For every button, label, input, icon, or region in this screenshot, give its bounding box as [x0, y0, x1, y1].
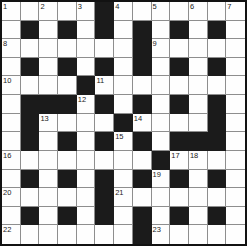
clue-number: 10	[3, 76, 11, 85]
white-cell[interactable]	[133, 188, 152, 207]
white-cell[interactable]: 17	[170, 151, 189, 170]
white-cell[interactable]	[170, 225, 189, 244]
white-cell[interactable]	[152, 132, 171, 151]
black-cell	[133, 95, 152, 114]
white-cell[interactable]	[2, 207, 21, 226]
white-cell[interactable]	[114, 58, 133, 77]
white-cell[interactable]	[114, 170, 133, 189]
black-cell	[133, 21, 152, 40]
black-cell	[58, 170, 77, 189]
white-cell[interactable]	[58, 225, 77, 244]
white-cell[interactable]: 11	[95, 76, 114, 95]
white-cell[interactable]	[39, 170, 58, 189]
white-cell[interactable]	[2, 132, 21, 151]
black-cell	[133, 170, 152, 189]
clue-number: 11	[96, 76, 104, 85]
white-cell[interactable]	[133, 151, 152, 170]
white-cell[interactable]	[58, 39, 77, 58]
black-cell	[21, 170, 40, 189]
black-cell	[58, 21, 77, 40]
black-cell	[208, 95, 227, 114]
white-cell[interactable]	[189, 39, 208, 58]
clue-number: 16	[3, 151, 11, 160]
white-cell[interactable]	[208, 76, 227, 95]
clue-number: 23	[153, 225, 161, 234]
white-cell[interactable]	[226, 207, 245, 226]
white-cell[interactable]	[189, 188, 208, 207]
black-cell	[189, 132, 208, 151]
white-cell[interactable]	[77, 132, 96, 151]
white-cell[interactable]	[208, 151, 227, 170]
white-cell[interactable]	[114, 21, 133, 40]
white-cell[interactable]: 3	[77, 2, 96, 21]
white-cell[interactable]	[77, 151, 96, 170]
white-cell[interactable]: 8	[2, 39, 21, 58]
white-cell[interactable]	[226, 95, 245, 114]
white-cell[interactable]	[39, 21, 58, 40]
white-cell[interactable]: 7	[226, 2, 245, 21]
black-cell	[21, 132, 40, 151]
white-cell[interactable]	[77, 114, 96, 133]
clue-number: 22	[3, 225, 11, 234]
white-cell[interactable]	[21, 2, 40, 21]
black-cell	[95, 58, 114, 77]
white-cell[interactable]	[114, 76, 133, 95]
crossword-puzzle: 1234567891011121314151617181920212223	[0, 0, 247, 246]
clue-number: 19	[153, 170, 161, 179]
white-cell[interactable]: 10	[2, 76, 21, 95]
clue-number: 12	[78, 95, 86, 104]
white-cell[interactable]: 9	[152, 39, 171, 58]
white-cell[interactable]	[39, 188, 58, 207]
black-cell	[21, 114, 40, 133]
white-cell[interactable]	[39, 76, 58, 95]
white-cell[interactable]: 13	[39, 114, 58, 133]
clue-number: 2	[40, 2, 44, 11]
black-cell	[170, 95, 189, 114]
white-cell[interactable]	[170, 114, 189, 133]
white-cell[interactable]	[152, 207, 171, 226]
white-cell[interactable]	[77, 225, 96, 244]
white-cell[interactable]: 4	[114, 2, 133, 21]
white-cell[interactable]	[58, 188, 77, 207]
white-cell[interactable]	[39, 225, 58, 244]
white-cell[interactable]	[114, 39, 133, 58]
white-cell[interactable]	[77, 170, 96, 189]
white-cell[interactable]	[21, 39, 40, 58]
black-cell	[208, 114, 227, 133]
white-cell[interactable]	[21, 151, 40, 170]
white-cell[interactable]: 18	[189, 151, 208, 170]
white-cell[interactable]	[226, 76, 245, 95]
white-cell[interactable]	[189, 207, 208, 226]
clue-number: 1	[3, 2, 7, 11]
white-cell[interactable]	[2, 95, 21, 114]
white-cell[interactable]	[226, 39, 245, 58]
black-cell	[208, 207, 227, 226]
black-cell	[208, 170, 227, 189]
white-cell[interactable]	[77, 39, 96, 58]
white-cell[interactable]	[95, 151, 114, 170]
white-cell[interactable]	[114, 95, 133, 114]
white-cell[interactable]	[226, 188, 245, 207]
white-cell[interactable]	[77, 58, 96, 77]
black-cell	[58, 132, 77, 151]
black-cell	[170, 170, 189, 189]
white-cell[interactable]	[170, 76, 189, 95]
black-cell	[133, 225, 152, 244]
clue-number: 17	[171, 151, 179, 160]
black-cell	[170, 58, 189, 77]
white-cell[interactable]	[189, 76, 208, 95]
white-cell[interactable]	[208, 188, 227, 207]
white-cell[interactable]	[58, 114, 77, 133]
white-cell[interactable]	[152, 188, 171, 207]
white-cell[interactable]	[152, 58, 171, 77]
black-cell	[39, 95, 58, 114]
black-cell	[21, 95, 40, 114]
white-cell[interactable]	[189, 170, 208, 189]
black-cell	[95, 207, 114, 226]
white-cell[interactable]	[39, 39, 58, 58]
white-cell[interactable]: 19	[152, 170, 171, 189]
white-cell[interactable]	[170, 2, 189, 21]
clue-number: 9	[153, 39, 157, 48]
white-cell[interactable]	[114, 151, 133, 170]
white-cell[interactable]	[39, 58, 58, 77]
clue-number: 18	[190, 151, 198, 160]
white-cell[interactable]	[208, 39, 227, 58]
white-cell[interactable]	[39, 207, 58, 226]
white-cell[interactable]	[2, 114, 21, 133]
black-cell	[58, 58, 77, 77]
clue-number: 14	[134, 114, 142, 123]
white-cell[interactable]	[189, 225, 208, 244]
white-cell[interactable]	[189, 95, 208, 114]
white-cell[interactable]	[189, 114, 208, 133]
white-cell[interactable]	[152, 21, 171, 40]
black-cell	[208, 58, 227, 77]
white-cell[interactable]	[77, 188, 96, 207]
white-cell[interactable]	[21, 76, 40, 95]
white-cell[interactable]	[133, 2, 152, 21]
white-cell[interactable]	[77, 21, 96, 40]
black-cell	[170, 21, 189, 40]
white-cell[interactable]	[152, 114, 171, 133]
black-cell	[133, 39, 152, 58]
white-cell[interactable]: 15	[114, 132, 133, 151]
white-cell[interactable]: 14	[133, 114, 152, 133]
white-cell[interactable]	[226, 21, 245, 40]
clue-number: 4	[115, 2, 119, 11]
black-cell	[77, 76, 96, 95]
white-cell[interactable]: 21	[114, 188, 133, 207]
white-cell[interactable]	[95, 114, 114, 133]
white-cell[interactable]	[39, 132, 58, 151]
white-cell[interactable]: 23	[152, 225, 171, 244]
white-cell[interactable]	[21, 225, 40, 244]
black-cell	[152, 151, 171, 170]
white-cell[interactable]	[114, 207, 133, 226]
black-cell	[208, 21, 227, 40]
black-cell	[95, 2, 114, 21]
white-cell[interactable]	[226, 225, 245, 244]
white-cell[interactable]	[58, 76, 77, 95]
black-cell	[95, 170, 114, 189]
clue-number: 15	[115, 132, 123, 141]
white-cell[interactable]	[226, 151, 245, 170]
white-cell[interactable]	[2, 21, 21, 40]
white-cell[interactable]	[58, 151, 77, 170]
clue-number: 7	[227, 2, 231, 11]
white-cell[interactable]: 2	[39, 2, 58, 21]
white-cell[interactable]	[58, 2, 77, 21]
white-cell[interactable]: 6	[189, 2, 208, 21]
white-cell[interactable]	[133, 76, 152, 95]
white-cell[interactable]	[208, 2, 227, 21]
white-cell[interactable]	[95, 225, 114, 244]
white-cell[interactable]	[114, 225, 133, 244]
white-cell[interactable]	[189, 21, 208, 40]
white-cell[interactable]	[21, 188, 40, 207]
white-cell[interactable]: 22	[2, 225, 21, 244]
white-cell[interactable]	[152, 95, 171, 114]
clue-number: 6	[190, 2, 194, 11]
black-cell	[95, 188, 114, 207]
black-cell	[133, 58, 152, 77]
white-cell[interactable]: 5	[152, 2, 171, 21]
white-cell[interactable]	[208, 225, 227, 244]
black-cell	[58, 95, 77, 114]
clue-number: 13	[40, 114, 48, 123]
black-cell	[21, 207, 40, 226]
white-cell[interactable]: 16	[2, 151, 21, 170]
black-cell	[170, 207, 189, 226]
clue-number: 5	[153, 2, 157, 11]
black-cell	[21, 58, 40, 77]
black-cell	[170, 132, 189, 151]
black-cell	[58, 207, 77, 226]
clue-number: 3	[78, 2, 82, 11]
white-cell[interactable]: 20	[2, 188, 21, 207]
white-cell[interactable]	[2, 170, 21, 189]
black-cell	[133, 132, 152, 151]
black-cell	[208, 132, 227, 151]
white-cell[interactable]: 12	[77, 95, 96, 114]
white-cell[interactable]	[2, 58, 21, 77]
white-cell[interactable]	[170, 39, 189, 58]
white-cell[interactable]	[226, 114, 245, 133]
white-cell[interactable]	[95, 39, 114, 58]
white-cell[interactable]: 1	[2, 2, 21, 21]
black-cell	[95, 21, 114, 40]
black-cell	[114, 114, 133, 133]
clue-number: 8	[3, 39, 7, 48]
black-cell	[133, 207, 152, 226]
white-cell[interactable]	[226, 132, 245, 151]
black-cell	[95, 95, 114, 114]
clue-number: 21	[115, 188, 123, 197]
white-cell[interactable]	[170, 188, 189, 207]
white-cell[interactable]	[226, 170, 245, 189]
white-cell[interactable]	[189, 58, 208, 77]
black-cell	[21, 21, 40, 40]
clue-number: 20	[3, 188, 11, 197]
black-cell	[95, 132, 114, 151]
white-cell[interactable]	[77, 207, 96, 226]
crossword-grid: 1234567891011121314151617181920212223	[0, 0, 247, 246]
white-cell[interactable]	[152, 76, 171, 95]
white-cell[interactable]	[39, 151, 58, 170]
white-cell[interactable]	[226, 58, 245, 77]
